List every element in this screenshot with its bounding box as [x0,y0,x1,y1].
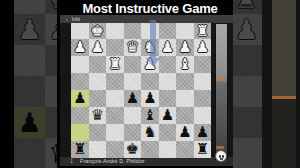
move-number: 1 [70,158,73,164]
square[interactable] [124,23,142,40]
square[interactable] [124,124,142,141]
eval-bar[interactable] [215,24,228,160]
square[interactable] [194,90,212,107]
ghost-piece-e4: ♟ [110,51,128,68]
square[interactable]: ♟ [71,90,89,107]
square[interactable] [89,124,107,141]
black-r-piece: ♜ [196,141,209,158]
background-eval-strip [262,0,300,168]
square[interactable] [71,124,89,141]
move-arrow-shaft [150,20,156,58]
square[interactable]: ♛ [89,107,107,124]
square[interactable]: ♞ [141,124,159,141]
video-title: Most Instructive Game [0,0,300,17]
square[interactable]: ♟ [194,39,212,56]
white-p-piece: ♟ [161,39,174,56]
square [231,76,262,107]
square [231,107,262,138]
black-r-piece: ♜ [73,141,86,158]
app-window: ‹Info ♚♜♟♟♛♞♟♟♟♜♟♝♟♟♟♛♝♟♞♟♟♜♚♜ ♟ 1Franço… [57,0,233,168]
square[interactable] [106,141,124,158]
black-p-piece: ♟ [178,124,191,141]
square[interactable] [106,90,124,107]
square [231,138,262,168]
square: ♟ [14,14,45,45]
square[interactable] [71,56,89,73]
square[interactable]: ♟ [124,90,142,107]
square[interactable]: ♟ [159,39,177,56]
black-p-piece: ♟ [196,124,209,141]
white-q-piece: ♛ [126,39,139,56]
black-p-piece: ♟ [73,90,86,107]
square[interactable] [106,107,124,124]
square[interactable] [124,107,142,124]
square[interactable] [159,56,177,73]
square[interactable]: ♚ [89,23,107,40]
square[interactable] [106,73,124,90]
square[interactable]: ♟ [176,39,194,56]
square[interactable] [106,124,124,141]
white-p-piece: ♟ [17,14,41,45]
player-name: François-André D. Philidor [80,158,145,164]
square: ♟ [14,107,45,138]
square[interactable] [159,124,177,141]
square [14,76,45,107]
square[interactable]: ♟ [71,39,89,56]
square[interactable] [176,73,194,90]
player-bar: 1François-André D. Philidor [60,157,233,166]
black-b-piece: ♝ [143,107,156,124]
black-q-piece: ♛ [91,107,104,124]
square[interactable] [176,107,194,124]
white-b-piece: ♝ [178,56,191,73]
video-frame: ♚♜♟♟♛♞♟♟♟♜♟♝♟♟♟♛♝♟♞♟♟♜♚♜ ‹Info ♚♜♟♟♛♞♟♟♟… [0,0,300,168]
square: ♟ [231,14,262,45]
square[interactable] [89,141,107,158]
square[interactable]: ♜ [194,23,212,40]
square [14,45,45,76]
white-r-piece: ♜ [196,23,209,40]
square[interactable] [159,141,177,158]
black-p-piece: ♟ [17,107,41,138]
white-k-piece: ♚ [91,23,104,40]
square[interactable] [71,107,89,124]
square[interactable] [176,90,194,107]
skull-avatar-icon[interactable] [215,150,227,162]
eval-bar-label [216,146,224,149]
square[interactable] [194,107,212,124]
white-p-piece: ♟ [196,39,209,56]
square[interactable] [106,23,124,40]
square[interactable] [89,90,107,107]
square[interactable] [141,141,159,158]
white-p-piece: ♟ [178,39,191,56]
black-p-piece: ♟ [126,90,139,107]
square[interactable]: ♟ [141,90,159,107]
square [231,45,262,76]
square[interactable] [194,73,212,90]
square [14,138,45,168]
square[interactable]: ♚ [124,141,142,158]
square[interactable]: ♜ [194,141,212,158]
square[interactable] [176,141,194,158]
square[interactable]: ♟ [194,124,212,141]
square[interactable]: ♟ [159,107,177,124]
square[interactable] [159,90,177,107]
square[interactable] [194,56,212,73]
square[interactable] [124,73,142,90]
square[interactable]: ♝ [141,107,159,124]
chess-board[interactable]: ♚♜♟♟♛♞♟♟♟♜♟♝♟♟♟♛♝♟♞♟♟♜♚♜ [71,23,211,158]
square[interactable] [141,73,159,90]
square[interactable]: ♟ [176,124,194,141]
square[interactable]: ♟ [89,39,107,56]
background-eval-marker [272,96,296,99]
square[interactable] [89,56,107,73]
square[interactable] [159,73,177,90]
black-k-piece: ♚ [126,141,139,158]
square[interactable] [176,23,194,40]
black-p-piece: ♟ [143,90,156,107]
square[interactable] [159,23,177,40]
black-p-piece: ♟ [161,107,174,124]
square[interactable]: ♝ [176,56,194,73]
square[interactable] [71,73,89,90]
eval-bar-marker [216,78,227,81]
white-p-piece: ♟ [234,14,258,45]
black-n-piece: ♞ [143,124,156,141]
square[interactable] [71,23,89,40]
square[interactable]: ♜ [71,141,89,158]
move-arrow-head [146,58,160,67]
white-p-piece: ♟ [73,39,86,56]
square[interactable] [89,73,107,90]
white-p-piece: ♟ [91,39,104,56]
